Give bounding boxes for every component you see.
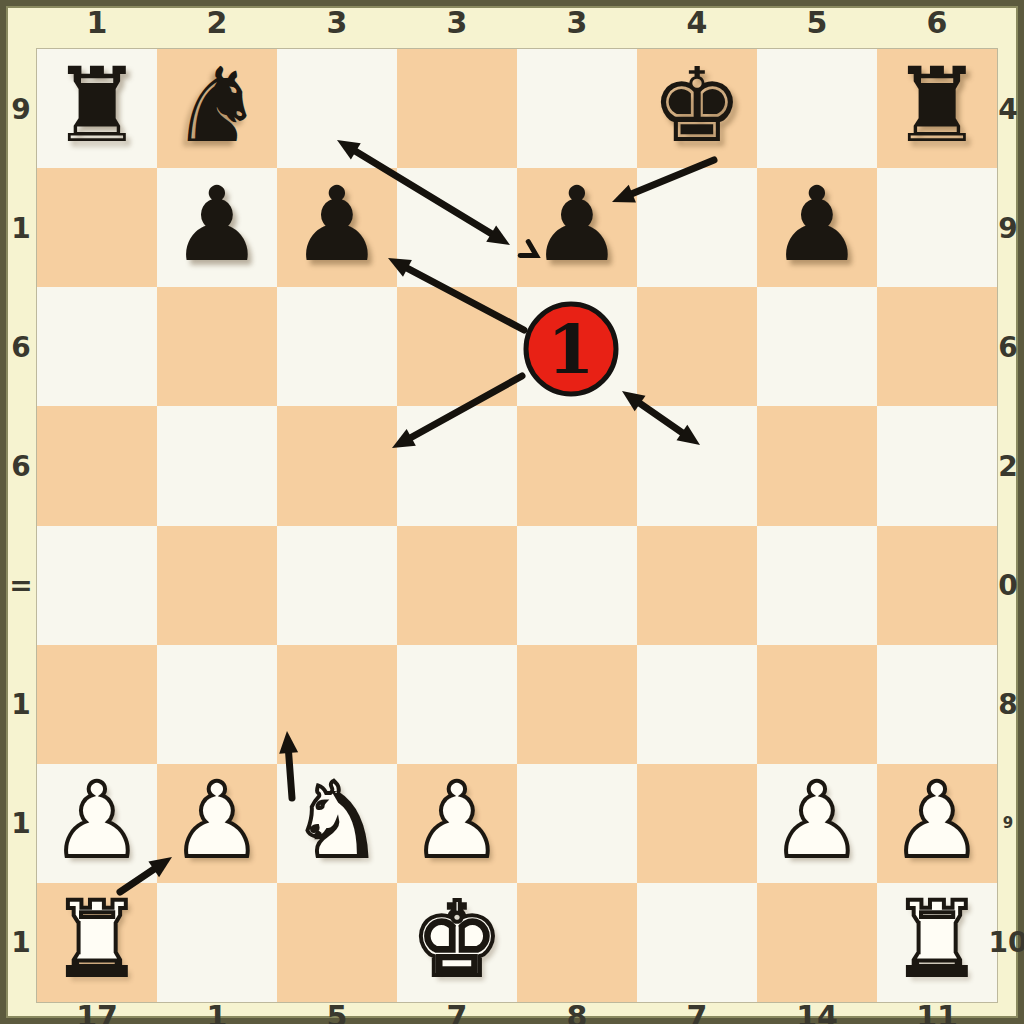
- white-pawn-piece: ♟: [171, 769, 263, 872]
- square-r5c7[interactable]: [757, 526, 877, 645]
- square-r3c4[interactable]: [397, 287, 517, 406]
- square-r5c6[interactable]: [637, 526, 757, 645]
- bottom-label-col1: 17: [76, 999, 118, 1024]
- square-r7c2[interactable]: ♟: [157, 764, 277, 883]
- left-label-row2: 1: [11, 211, 30, 244]
- square-r7c8[interactable]: ♟: [877, 764, 997, 883]
- bottom-label-col6: 7: [687, 999, 708, 1024]
- square-r6c1[interactable]: [37, 645, 157, 764]
- square-r4c8[interactable]: [877, 406, 997, 525]
- square-r2c3[interactable]: ♟: [277, 168, 397, 287]
- black-pawn-piece: ♟: [531, 173, 623, 276]
- square-r4c6[interactable]: [637, 406, 757, 525]
- square-r8c8[interactable]: ♜: [877, 883, 997, 1002]
- square-r8c6[interactable]: [637, 883, 757, 1002]
- black-pawn-piece: ♟: [291, 173, 383, 276]
- bottom-label-col8: 11: [916, 999, 958, 1024]
- square-r4c4[interactable]: [397, 406, 517, 525]
- white-pawn-piece: ♟: [411, 769, 503, 872]
- square-r2c2[interactable]: ♟: [157, 168, 277, 287]
- square-r5c2[interactable]: [157, 526, 277, 645]
- square-r3c2[interactable]: [157, 287, 277, 406]
- right-label-row3: 6: [998, 330, 1017, 363]
- right-label-row2: 9: [998, 211, 1017, 244]
- top-label-col8: 6: [927, 5, 948, 40]
- right-label-row5: 0: [998, 569, 1017, 602]
- square-r5c3[interactable]: [277, 526, 397, 645]
- white-pawn-piece: ♟: [771, 769, 863, 872]
- square-r5c5[interactable]: [517, 526, 637, 645]
- square-r1c2[interactable]: ♞: [157, 49, 277, 168]
- square-r7c3[interactable]: ♞: [277, 764, 397, 883]
- square-r8c5[interactable]: [517, 883, 637, 1002]
- square-r6c5[interactable]: [517, 645, 637, 764]
- top-label-col7: 5: [807, 5, 828, 40]
- white-pawn-piece: ♟: [891, 769, 983, 872]
- square-r8c3[interactable]: [277, 883, 397, 1002]
- square-r1c7[interactable]: [757, 49, 877, 168]
- bottom-label-col4: 7: [447, 999, 468, 1024]
- right-label-row7: 9: [1003, 814, 1013, 832]
- top-label-col4: 3: [447, 5, 468, 40]
- square-r7c1[interactable]: ♟: [37, 764, 157, 883]
- square-r4c1[interactable]: [37, 406, 157, 525]
- square-r4c2[interactable]: [157, 406, 277, 525]
- black-knight-piece: ♞: [171, 54, 263, 157]
- square-r2c5[interactable]: ♟: [517, 168, 637, 287]
- top-label-col3: 3: [327, 5, 348, 40]
- chess-diagram: ♜♞♚♜♟♟♟♟♟♟♞♟♟♟♜♚♜ 123334569166=111496208…: [0, 0, 1024, 1024]
- square-r5c8[interactable]: [877, 526, 997, 645]
- left-label-row8: 1: [11, 926, 30, 959]
- bottom-label-col5: 8: [567, 999, 588, 1024]
- black-pawn-piece: ♟: [771, 173, 863, 276]
- black-king-piece: ♚: [651, 54, 743, 157]
- right-label-row6: 8: [998, 688, 1017, 721]
- square-r1c3[interactable]: [277, 49, 397, 168]
- left-label-row6: 1: [11, 688, 30, 721]
- square-r1c6[interactable]: ♚: [637, 49, 757, 168]
- left-label-row4: 6: [11, 449, 30, 482]
- square-r1c1[interactable]: ♜: [37, 49, 157, 168]
- square-r6c4[interactable]: [397, 645, 517, 764]
- square-r6c3[interactable]: [277, 645, 397, 764]
- square-r6c6[interactable]: [637, 645, 757, 764]
- top-label-col5: 3: [567, 5, 588, 40]
- square-r2c8[interactable]: [877, 168, 997, 287]
- right-label-row8: 10: [989, 926, 1024, 959]
- white-pawn-piece: ♟: [51, 769, 143, 872]
- white-king-piece: ♚: [411, 888, 503, 991]
- square-r1c8[interactable]: ♜: [877, 49, 997, 168]
- black-rook-piece: ♜: [51, 54, 143, 157]
- square-r8c2[interactable]: [157, 883, 277, 1002]
- square-r8c1[interactable]: ♜: [37, 883, 157, 1002]
- square-r6c2[interactable]: [157, 645, 277, 764]
- square-r3c5[interactable]: [517, 287, 637, 406]
- bottom-label-col3: 5: [327, 999, 348, 1024]
- square-r7c7[interactable]: ♟: [757, 764, 877, 883]
- square-r6c7[interactable]: [757, 645, 877, 764]
- square-r2c1[interactable]: [37, 168, 157, 287]
- square-r3c1[interactable]: [37, 287, 157, 406]
- right-label-row4: 2: [998, 449, 1017, 482]
- top-label-col6: 4: [687, 5, 708, 40]
- left-label-row5: =: [9, 569, 32, 602]
- square-r2c7[interactable]: ♟: [757, 168, 877, 287]
- white-rook-piece: ♜: [891, 888, 983, 991]
- square-r4c3[interactable]: [277, 406, 397, 525]
- square-r3c8[interactable]: [877, 287, 997, 406]
- square-r2c4[interactable]: [397, 168, 517, 287]
- square-r6c8[interactable]: [877, 645, 997, 764]
- bottom-label-col2: 1: [207, 999, 228, 1024]
- white-rook-piece: ♜: [51, 888, 143, 991]
- top-label-col2: 2: [207, 5, 228, 40]
- top-label-col1: 1: [87, 5, 108, 40]
- square-r5c1[interactable]: [37, 526, 157, 645]
- square-r8c7[interactable]: [757, 883, 877, 1002]
- square-r7c5[interactable]: [517, 764, 637, 883]
- square-r1c4[interactable]: [397, 49, 517, 168]
- white-knight-piece: ♞: [291, 769, 383, 872]
- right-label-row1: 4: [998, 92, 1017, 125]
- left-label-row3: 6: [11, 330, 30, 363]
- bottom-label-col7: 14: [796, 999, 838, 1024]
- left-label-row7: 1: [11, 807, 30, 840]
- square-r3c6[interactable]: [637, 287, 757, 406]
- square-r8c4[interactable]: ♚: [397, 883, 517, 1002]
- square-r7c4[interactable]: ♟: [397, 764, 517, 883]
- square-r5c4[interactable]: [397, 526, 517, 645]
- left-label-row1: 9: [11, 92, 30, 125]
- square-r3c7[interactable]: [757, 287, 877, 406]
- square-r1c5[interactable]: [517, 49, 637, 168]
- chess-board: ♜♞♚♜♟♟♟♟♟♟♞♟♟♟♜♚♜: [37, 49, 997, 1002]
- square-r2c6[interactable]: [637, 168, 757, 287]
- black-pawn-piece: ♟: [171, 173, 263, 276]
- square-r3c3[interactable]: [277, 287, 397, 406]
- square-r4c7[interactable]: [757, 406, 877, 525]
- square-r7c6[interactable]: [637, 764, 757, 883]
- black-rook-piece: ♜: [891, 54, 983, 157]
- square-r4c5[interactable]: [517, 406, 637, 525]
